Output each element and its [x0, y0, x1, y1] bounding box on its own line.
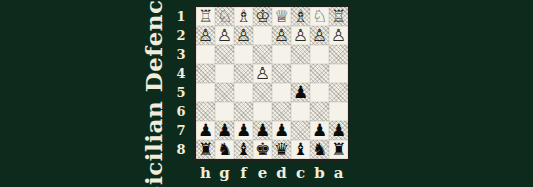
piece-black-bishop: ♝ — [293, 140, 308, 159]
square-a2: ♙ — [329, 26, 348, 45]
square-e6 — [253, 102, 272, 121]
rank-label-4: 4 — [172, 64, 190, 83]
piece-white-pawn: ♙ — [331, 26, 346, 45]
square-a3 — [329, 45, 348, 64]
square-g3 — [215, 45, 234, 64]
square-f2: ♙ — [234, 26, 253, 45]
piece-white-bishop: ♗ — [293, 7, 308, 26]
piece-white-rook: ♖ — [198, 7, 213, 26]
file-label-h: h — [196, 163, 215, 183]
piece-black-king: ♚ — [255, 140, 270, 159]
file-label-d: d — [272, 163, 291, 183]
chess-diagram: Sicilian Defence 12345678 ♖♘♗♔♕♗♘♖♙♙♙♙♙♙… — [0, 0, 533, 187]
square-g7: ♟ — [215, 121, 234, 140]
square-h1: ♖ — [196, 7, 215, 26]
square-a1: ♖ — [329, 7, 348, 26]
piece-black-pawn: ♟ — [331, 121, 346, 140]
piece-white-rook: ♖ — [331, 7, 346, 26]
square-h2: ♙ — [196, 26, 215, 45]
square-e7: ♟ — [253, 121, 272, 140]
piece-black-queen: ♛ — [274, 140, 289, 159]
piece-black-rook: ♜ — [198, 140, 213, 159]
square-h5 — [196, 83, 215, 102]
square-f4 — [234, 64, 253, 83]
rank-label-1: 1 — [172, 7, 190, 26]
square-f5 — [234, 83, 253, 102]
square-a6 — [329, 102, 348, 121]
square-c1: ♗ — [291, 7, 310, 26]
piece-black-pawn: ♟ — [217, 121, 232, 140]
piece-white-king: ♔ — [255, 7, 270, 26]
square-h7: ♟ — [196, 121, 215, 140]
square-a8: ♜ — [329, 140, 348, 159]
piece-black-pawn: ♟ — [236, 121, 251, 140]
square-b1: ♘ — [310, 7, 329, 26]
square-h6 — [196, 102, 215, 121]
piece-white-pawn: ♙ — [198, 26, 213, 45]
square-c6 — [291, 102, 310, 121]
square-b3 — [310, 45, 329, 64]
square-f6 — [234, 102, 253, 121]
file-label-b: b — [310, 163, 329, 183]
rank-label-5: 5 — [172, 83, 190, 102]
square-e2 — [253, 26, 272, 45]
rank-label-7: 7 — [172, 121, 190, 140]
piece-white-knight: ♘ — [217, 7, 232, 26]
square-a4 — [329, 64, 348, 83]
square-c5: ♟ — [291, 83, 310, 102]
square-d4 — [272, 64, 291, 83]
square-c8: ♝ — [291, 140, 310, 159]
piece-black-pawn: ♟ — [312, 121, 327, 140]
file-label-e: e — [253, 163, 272, 183]
square-e8: ♚ — [253, 140, 272, 159]
square-g6 — [215, 102, 234, 121]
square-d5 — [272, 83, 291, 102]
square-b4 — [310, 64, 329, 83]
square-e1: ♔ — [253, 7, 272, 26]
piece-white-queen: ♕ — [274, 7, 289, 26]
piece-white-bishop: ♗ — [236, 7, 251, 26]
square-b7: ♟ — [310, 121, 329, 140]
square-f1: ♗ — [234, 7, 253, 26]
rank-labels: 12345678 — [172, 7, 190, 159]
piece-black-pawn: ♟ — [255, 121, 270, 140]
square-d3 — [272, 45, 291, 64]
piece-white-knight: ♘ — [312, 7, 327, 26]
square-g4 — [215, 64, 234, 83]
rank-label-3: 3 — [172, 45, 190, 64]
square-g5 — [215, 83, 234, 102]
piece-white-pawn: ♙ — [255, 64, 270, 83]
piece-white-pawn: ♙ — [312, 26, 327, 45]
square-d6 — [272, 102, 291, 121]
square-h8: ♜ — [196, 140, 215, 159]
rank-label-2: 2 — [172, 26, 190, 45]
file-label-f: f — [234, 163, 253, 183]
piece-white-pawn: ♙ — [274, 26, 289, 45]
square-b2: ♙ — [310, 26, 329, 45]
square-g1: ♘ — [215, 7, 234, 26]
piece-black-pawn: ♟ — [198, 121, 213, 140]
piece-black-bishop: ♝ — [236, 140, 251, 159]
piece-white-pawn: ♙ — [293, 26, 308, 45]
square-c7 — [291, 121, 310, 140]
file-label-c: c — [291, 163, 310, 183]
square-e5 — [253, 83, 272, 102]
square-b5 — [310, 83, 329, 102]
square-h3 — [196, 45, 215, 64]
square-f3 — [234, 45, 253, 64]
square-d7: ♟ — [272, 121, 291, 140]
opening-title: Sicilian Defence — [134, 0, 172, 187]
piece-black-knight: ♞ — [217, 140, 232, 159]
piece-black-rook: ♜ — [331, 140, 346, 159]
square-d8: ♛ — [272, 140, 291, 159]
piece-black-pawn: ♟ — [293, 83, 308, 102]
square-g8: ♞ — [215, 140, 234, 159]
square-c4 — [291, 64, 310, 83]
square-b6 — [310, 102, 329, 121]
piece-black-knight: ♞ — [312, 140, 327, 159]
file-label-a: a — [329, 163, 348, 183]
square-c2: ♙ — [291, 26, 310, 45]
square-h4 — [196, 64, 215, 83]
square-d2: ♙ — [272, 26, 291, 45]
square-e4: ♙ — [253, 64, 272, 83]
square-e3 — [253, 45, 272, 64]
square-g2: ♙ — [215, 26, 234, 45]
square-f7: ♟ — [234, 121, 253, 140]
file-label-g: g — [215, 163, 234, 183]
square-f8: ♝ — [234, 140, 253, 159]
rank-label-6: 6 — [172, 102, 190, 121]
piece-white-pawn: ♙ — [217, 26, 232, 45]
square-d1: ♕ — [272, 7, 291, 26]
file-labels: hgfedcba — [196, 163, 348, 183]
square-a7: ♟ — [329, 121, 348, 140]
square-c3 — [291, 45, 310, 64]
rank-label-8: 8 — [172, 140, 190, 159]
piece-white-pawn: ♙ — [236, 26, 251, 45]
square-a5 — [329, 83, 348, 102]
square-b8: ♞ — [310, 140, 329, 159]
piece-black-pawn: ♟ — [274, 121, 289, 140]
chess-board: ♖♘♗♔♕♗♘♖♙♙♙♙♙♙♙♙♟♟♟♟♟♟♟♟♜♞♝♚♛♝♞♜ — [194, 5, 350, 161]
